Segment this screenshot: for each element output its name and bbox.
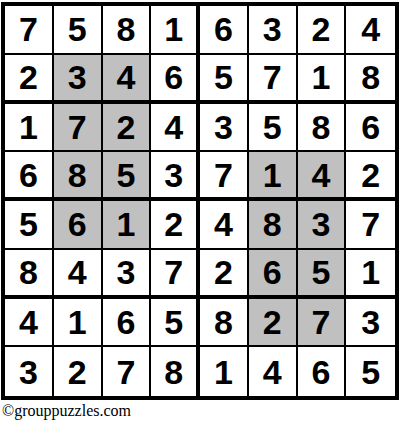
cell-r7c1[interactable]: 4: [5, 299, 54, 348]
cell-r3c8[interactable]: 6: [346, 104, 395, 153]
cell-r1c8[interactable]: 4: [346, 6, 395, 55]
cell-r1c2[interactable]: 5: [54, 6, 103, 55]
cell-r1c1[interactable]: 7: [5, 6, 54, 55]
cell-r7c8[interactable]: 3: [346, 299, 395, 348]
cell-r8c4[interactable]: 8: [151, 347, 200, 396]
cell-r7c6[interactable]: 2: [249, 299, 298, 348]
cell-r5c2[interactable]: 6: [54, 201, 103, 250]
cell-r7c3[interactable]: 6: [103, 299, 152, 348]
cell-r6c7[interactable]: 5: [298, 250, 347, 299]
cell-r3c1[interactable]: 1: [5, 104, 54, 153]
cell-r2c5[interactable]: 5: [200, 55, 249, 104]
cell-r2c3[interactable]: 4: [103, 55, 152, 104]
cell-r8c3[interactable]: 7: [103, 347, 152, 396]
cell-r1c6[interactable]: 3: [249, 6, 298, 55]
cell-r5c7[interactable]: 3: [298, 201, 347, 250]
cell-r2c6[interactable]: 7: [249, 55, 298, 104]
cell-r8c6[interactable]: 4: [249, 347, 298, 396]
cell-r4c3[interactable]: 5: [103, 152, 152, 201]
cell-r5c8[interactable]: 7: [346, 201, 395, 250]
cell-r3c2[interactable]: 7: [54, 104, 103, 153]
cell-r2c4[interactable]: 6: [151, 55, 200, 104]
cell-r5c6[interactable]: 8: [249, 201, 298, 250]
cell-r8c1[interactable]: 3: [5, 347, 54, 396]
cell-r6c8[interactable]: 1: [346, 250, 395, 299]
copyright-credit: ©grouppuzzles.com: [2, 402, 131, 420]
cell-r8c7[interactable]: 6: [298, 347, 347, 396]
cell-r7c2[interactable]: 1: [54, 299, 103, 348]
cell-r8c2[interactable]: 2: [54, 347, 103, 396]
cell-r4c5[interactable]: 7: [200, 152, 249, 201]
cell-r7c4[interactable]: 5: [151, 299, 200, 348]
cell-r6c1[interactable]: 8: [5, 250, 54, 299]
cell-r3c3[interactable]: 2: [103, 104, 152, 153]
cell-r1c3[interactable]: 8: [103, 6, 152, 55]
cell-r4c6[interactable]: 1: [249, 152, 298, 201]
cell-r6c2[interactable]: 4: [54, 250, 103, 299]
puzzle-page: 7581632423465718172435866853714256124837…: [0, 0, 402, 424]
cell-r1c5[interactable]: 6: [200, 6, 249, 55]
sudoku-board: 7581632423465718172435866853714256124837…: [1, 2, 399, 400]
cell-r4c7[interactable]: 4: [298, 152, 347, 201]
cell-r2c8[interactable]: 8: [346, 55, 395, 104]
cell-r2c1[interactable]: 2: [5, 55, 54, 104]
cell-r6c4[interactable]: 7: [151, 250, 200, 299]
cell-r4c1[interactable]: 6: [5, 152, 54, 201]
cell-r5c5[interactable]: 4: [200, 201, 249, 250]
cell-r1c4[interactable]: 1: [151, 6, 200, 55]
cell-r2c7[interactable]: 1: [298, 55, 347, 104]
cell-r1c7[interactable]: 2: [298, 6, 347, 55]
cell-r8c8[interactable]: 5: [346, 347, 395, 396]
cell-r6c6[interactable]: 6: [249, 250, 298, 299]
cell-r4c4[interactable]: 3: [151, 152, 200, 201]
cell-r7c5[interactable]: 8: [200, 299, 249, 348]
cell-r5c3[interactable]: 1: [103, 201, 152, 250]
cell-r2c2[interactable]: 3: [54, 55, 103, 104]
cell-r4c2[interactable]: 8: [54, 152, 103, 201]
cell-r3c4[interactable]: 4: [151, 104, 200, 153]
cell-r4c8[interactable]: 2: [346, 152, 395, 201]
cell-r3c6[interactable]: 5: [249, 104, 298, 153]
cell-r6c3[interactable]: 3: [103, 250, 152, 299]
cell-r3c7[interactable]: 8: [298, 104, 347, 153]
cell-r8c5[interactable]: 1: [200, 347, 249, 396]
cell-r7c7[interactable]: 7: [298, 299, 347, 348]
cell-r5c1[interactable]: 5: [5, 201, 54, 250]
cell-r6c5[interactable]: 2: [200, 250, 249, 299]
cell-r5c4[interactable]: 2: [151, 201, 200, 250]
cell-r3c5[interactable]: 3: [200, 104, 249, 153]
